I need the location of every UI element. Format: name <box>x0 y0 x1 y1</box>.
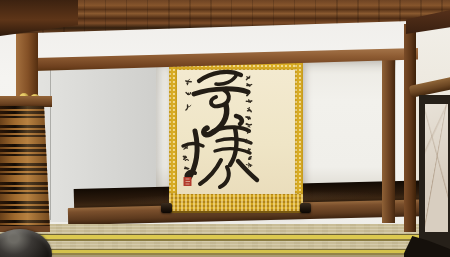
left-panel-seam <box>50 66 51 220</box>
inscription-dedication <box>186 79 192 110</box>
tokonoma-right-post <box>382 58 395 223</box>
tatami-border-strip <box>0 234 450 241</box>
hanging-scroll: 尊攘 <box>169 61 303 213</box>
calligraphy-character-jou <box>183 127 257 187</box>
inscription-signature <box>184 145 189 169</box>
screen-paper-panel <box>425 104 448 232</box>
room-photo: 尊攘 <box>0 0 450 257</box>
paper-screen <box>419 95 450 257</box>
left-horizontal-rail <box>0 96 52 107</box>
slatted-wooden-door <box>0 106 50 232</box>
scroll-roller-knob-right <box>300 203 311 213</box>
room-corner-post <box>404 24 416 232</box>
scroll-calligraphy-svg: 尊攘 <box>169 61 303 213</box>
scroll-roller-knob-left <box>161 203 172 213</box>
calligraphy-character-son <box>194 72 248 135</box>
